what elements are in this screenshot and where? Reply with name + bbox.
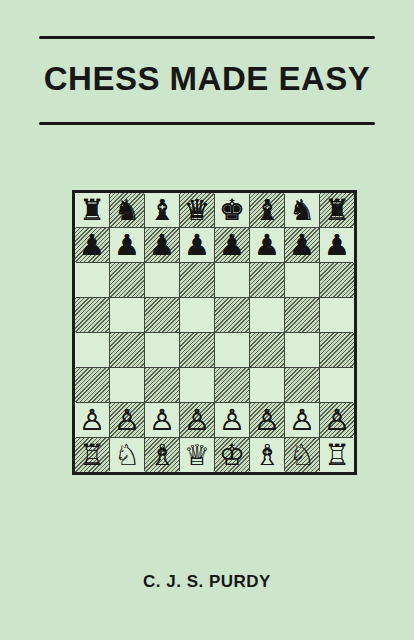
piece-black-rook: ♜: [75, 193, 109, 227]
square-b8: ♞: [110, 193, 144, 227]
square-c3: [145, 368, 179, 402]
book-cover: CHESS MADE EASY ♜♞♝♛♚♝♞♜♟♟♟♟♟♟♟♟♙♙♙♙♙♙♙♙…: [0, 0, 414, 640]
piece-white-king: ♔: [215, 438, 249, 472]
square-e8: ♚: [215, 193, 249, 227]
piece-white-knight: ♘: [285, 438, 319, 472]
square-d3: [180, 368, 214, 402]
piece-white-bishop: ♗: [145, 438, 179, 472]
square-g1: ♘: [285, 438, 319, 472]
piece-white-bishop: ♗: [250, 438, 284, 472]
square-b7: ♟: [110, 228, 144, 262]
square-e1: ♔: [215, 438, 249, 472]
piece-white-pawn: ♙: [180, 403, 214, 437]
square-g3: [285, 368, 319, 402]
piece-black-bishop: ♝: [250, 193, 284, 227]
book-title: CHESS MADE EASY: [0, 60, 414, 98]
square-f6: [250, 263, 284, 297]
piece-black-pawn: ♟: [215, 228, 249, 262]
square-b6: [110, 263, 144, 297]
piece-black-rook: ♜: [320, 193, 354, 227]
piece-white-rook: ♖: [75, 438, 109, 472]
square-g8: ♞: [285, 193, 319, 227]
piece-black-pawn: ♟: [145, 228, 179, 262]
square-h3: [320, 368, 354, 402]
square-e4: [215, 333, 249, 367]
square-f8: ♝: [250, 193, 284, 227]
square-a7: ♟: [75, 228, 109, 262]
piece-white-knight: ♘: [110, 438, 144, 472]
piece-black-knight: ♞: [285, 193, 319, 227]
square-e5: [215, 298, 249, 332]
piece-black-queen: ♛: [180, 193, 214, 227]
square-d8: ♛: [180, 193, 214, 227]
piece-black-pawn: ♟: [180, 228, 214, 262]
square-b3: [110, 368, 144, 402]
square-h2: ♙: [320, 403, 354, 437]
square-h8: ♜: [320, 193, 354, 227]
square-a1: ♖: [75, 438, 109, 472]
square-e6: [215, 263, 249, 297]
square-h4: [320, 333, 354, 367]
square-a5: [75, 298, 109, 332]
square-g2: ♙: [285, 403, 319, 437]
square-a3: [75, 368, 109, 402]
square-a2: ♙: [75, 403, 109, 437]
piece-white-pawn: ♙: [110, 403, 144, 437]
square-f4: [250, 333, 284, 367]
square-e7: ♟: [215, 228, 249, 262]
title-rule-bottom: [39, 122, 375, 125]
piece-black-pawn: ♟: [75, 228, 109, 262]
square-a8: ♜: [75, 193, 109, 227]
square-c6: [145, 263, 179, 297]
square-c1: ♗: [145, 438, 179, 472]
square-d4: [180, 333, 214, 367]
piece-white-pawn: ♙: [75, 403, 109, 437]
square-c4: [145, 333, 179, 367]
square-g4: [285, 333, 319, 367]
square-f3: [250, 368, 284, 402]
chess-board: ♜♞♝♛♚♝♞♜♟♟♟♟♟♟♟♟♙♙♙♙♙♙♙♙♖♘♗♕♔♗♘♖: [72, 190, 357, 475]
piece-black-knight: ♞: [110, 193, 144, 227]
square-f7: ♟: [250, 228, 284, 262]
square-e2: ♙: [215, 403, 249, 437]
square-d5: [180, 298, 214, 332]
square-a6: [75, 263, 109, 297]
piece-white-pawn: ♙: [320, 403, 354, 437]
square-h1: ♖: [320, 438, 354, 472]
piece-black-pawn: ♟: [110, 228, 144, 262]
piece-black-pawn: ♟: [285, 228, 319, 262]
piece-black-pawn: ♟: [250, 228, 284, 262]
square-c7: ♟: [145, 228, 179, 262]
piece-white-pawn: ♙: [250, 403, 284, 437]
piece-white-rook: ♖: [320, 438, 354, 472]
square-d1: ♕: [180, 438, 214, 472]
square-b5: [110, 298, 144, 332]
piece-black-pawn: ♟: [320, 228, 354, 262]
square-a4: [75, 333, 109, 367]
square-c5: [145, 298, 179, 332]
square-b4: [110, 333, 144, 367]
square-g5: [285, 298, 319, 332]
square-d2: ♙: [180, 403, 214, 437]
square-g6: [285, 263, 319, 297]
piece-black-bishop: ♝: [145, 193, 179, 227]
piece-black-king: ♚: [215, 193, 249, 227]
piece-white-queen: ♕: [180, 438, 214, 472]
piece-white-pawn: ♙: [285, 403, 319, 437]
square-d7: ♟: [180, 228, 214, 262]
square-b1: ♘: [110, 438, 144, 472]
title-rule-top: [39, 36, 375, 39]
square-b2: ♙: [110, 403, 144, 437]
square-g7: ♟: [285, 228, 319, 262]
square-h7: ♟: [320, 228, 354, 262]
piece-white-pawn: ♙: [145, 403, 179, 437]
square-h6: [320, 263, 354, 297]
square-f5: [250, 298, 284, 332]
square-f1: ♗: [250, 438, 284, 472]
square-c8: ♝: [145, 193, 179, 227]
square-f2: ♙: [250, 403, 284, 437]
square-h5: [320, 298, 354, 332]
square-c2: ♙: [145, 403, 179, 437]
author-name: C. J. S. PURDY: [0, 572, 414, 592]
square-d6: [180, 263, 214, 297]
piece-white-pawn: ♙: [215, 403, 249, 437]
square-e3: [215, 368, 249, 402]
